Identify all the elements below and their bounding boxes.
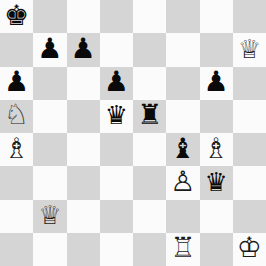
square-g8[interactable] <box>200 0 233 33</box>
piece-white-bishop[interactable]: ♗ <box>204 135 229 163</box>
square-d8[interactable] <box>100 0 133 33</box>
square-c1[interactable] <box>67 233 100 266</box>
square-d6[interactable]: ♟ <box>100 67 133 100</box>
square-h5[interactable] <box>233 100 266 133</box>
square-h2[interactable] <box>233 200 266 233</box>
piece-white-queen[interactable]: ♕ <box>238 36 261 62</box>
square-a4[interactable]: ♗ <box>0 133 33 166</box>
square-a7[interactable] <box>0 33 33 66</box>
piece-black-king[interactable]: ♚ <box>4 2 29 30</box>
square-a8[interactable]: ♚ <box>0 0 33 33</box>
piece-black-bishop[interactable]: ♝ <box>170 135 195 163</box>
square-c6[interactable] <box>67 67 100 100</box>
square-h8[interactable] <box>233 0 266 33</box>
piece-white-pawn[interactable]: ♙ <box>170 168 195 196</box>
square-e7[interactable] <box>133 33 166 66</box>
square-b3[interactable] <box>33 166 66 199</box>
piece-black-pawn[interactable]: ♟ <box>204 68 229 96</box>
piece-white-knight[interactable]: ♘ <box>4 101 29 129</box>
square-b2[interactable]: ♕ <box>33 200 66 233</box>
piece-black-pawn[interactable]: ♟ <box>104 68 129 96</box>
square-f7[interactable] <box>166 33 199 66</box>
square-f6[interactable] <box>166 67 199 100</box>
square-a5[interactable]: ♘ <box>0 100 33 133</box>
square-e5[interactable]: ♜ <box>133 100 166 133</box>
square-h7[interactable]: ♕ <box>233 33 266 66</box>
square-e1[interactable] <box>133 233 166 266</box>
square-b7[interactable]: ♟ <box>33 33 66 66</box>
square-f4[interactable]: ♝ <box>166 133 199 166</box>
square-f2[interactable] <box>166 200 199 233</box>
piece-black-pawn[interactable]: ♟ <box>71 35 96 63</box>
square-c3[interactable] <box>67 166 100 199</box>
piece-black-rook[interactable]: ♜ <box>137 101 162 129</box>
square-c5[interactable] <box>67 100 100 133</box>
piece-white-bishop[interactable]: ♗ <box>4 135 29 163</box>
piece-white-rook[interactable]: ♖ <box>170 234 195 262</box>
square-e4[interactable] <box>133 133 166 166</box>
square-g7[interactable] <box>200 33 233 66</box>
square-d5[interactable]: ♛ <box>100 100 133 133</box>
square-e6[interactable] <box>133 67 166 100</box>
square-g6[interactable]: ♟ <box>200 67 233 100</box>
square-g3[interactable]: ♛ <box>200 166 233 199</box>
square-c2[interactable] <box>67 200 100 233</box>
square-d1[interactable] <box>100 233 133 266</box>
chessboard-container: ♚♟♟♕♟♟♟♘♛♜♗♝♗♙♛♕♖♔ <box>0 0 266 266</box>
piece-white-king[interactable]: ♔ <box>237 234 262 262</box>
square-b1[interactable] <box>33 233 66 266</box>
square-h4[interactable] <box>233 133 266 166</box>
square-d4[interactable] <box>100 133 133 166</box>
square-a6[interactable]: ♟ <box>0 67 33 100</box>
square-d2[interactable] <box>100 200 133 233</box>
square-b4[interactable] <box>33 133 66 166</box>
square-c8[interactable] <box>67 0 100 33</box>
square-c4[interactable] <box>67 133 100 166</box>
square-f5[interactable] <box>166 100 199 133</box>
square-d7[interactable] <box>100 33 133 66</box>
square-b5[interactable] <box>33 100 66 133</box>
square-f8[interactable] <box>166 0 199 33</box>
square-g2[interactable] <box>200 200 233 233</box>
square-b8[interactable] <box>33 0 66 33</box>
square-h1[interactable]: ♔ <box>233 233 266 266</box>
square-e3[interactable] <box>133 166 166 199</box>
square-g5[interactable] <box>200 100 233 133</box>
square-f1[interactable]: ♖ <box>166 233 199 266</box>
piece-black-queen[interactable]: ♛ <box>204 169 227 195</box>
square-d3[interactable] <box>100 166 133 199</box>
square-g1[interactable] <box>200 233 233 266</box>
piece-black-pawn[interactable]: ♟ <box>4 68 29 96</box>
square-e2[interactable] <box>133 200 166 233</box>
square-b6[interactable] <box>33 67 66 100</box>
square-h3[interactable] <box>233 166 266 199</box>
square-a1[interactable] <box>0 233 33 266</box>
chessboard: ♚♟♟♕♟♟♟♘♛♜♗♝♗♙♛♕♖♔ <box>0 0 266 266</box>
piece-black-pawn[interactable]: ♟ <box>37 35 62 63</box>
piece-black-queen[interactable]: ♛ <box>105 102 128 128</box>
square-h6[interactable] <box>233 67 266 100</box>
square-g4[interactable]: ♗ <box>200 133 233 166</box>
square-a3[interactable] <box>0 166 33 199</box>
square-f3[interactable]: ♙ <box>166 166 199 199</box>
square-c7[interactable]: ♟ <box>67 33 100 66</box>
square-a2[interactable] <box>0 200 33 233</box>
piece-white-queen[interactable]: ♕ <box>38 202 61 228</box>
square-e8[interactable] <box>133 0 166 33</box>
